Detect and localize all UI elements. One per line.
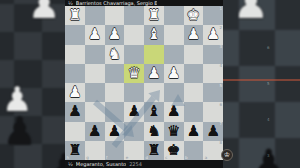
white-pawn[interactable]: ♟ bbox=[108, 27, 121, 42]
black-rook[interactable]: ♜ bbox=[147, 143, 160, 158]
file-label: g bbox=[86, 156, 89, 160]
top-player-name: Barrientos Chavarriaga, Sergio E bbox=[76, 1, 158, 6]
bottom-player-result: ½ bbox=[68, 162, 73, 167]
black-pawn[interactable]: ♟ bbox=[108, 124, 121, 139]
square-h4[interactable] bbox=[65, 64, 85, 83]
square-d8[interactable]: ♜d bbox=[144, 141, 164, 160]
white-pawn[interactable]: ♟ bbox=[88, 27, 101, 42]
square-c5[interactable] bbox=[164, 83, 184, 102]
white-pawn[interactable]: ♟ bbox=[68, 85, 81, 100]
black-rook[interactable]: ♜ bbox=[68, 143, 81, 158]
square-h6[interactable]: ♟ bbox=[65, 102, 85, 121]
top-player-result: ½ bbox=[68, 1, 73, 6]
white-knight[interactable]: ♞ bbox=[108, 47, 121, 62]
square-b2[interactable]: ♟ bbox=[184, 25, 204, 44]
file-label: e bbox=[126, 156, 128, 160]
square-g3[interactable] bbox=[85, 45, 105, 64]
square-c8[interactable]: ♚c bbox=[164, 141, 184, 160]
badge-king-icon: ♔ bbox=[224, 152, 230, 159]
black-pawn[interactable]: ♟ bbox=[88, 124, 101, 139]
square-d6[interactable]: ♝ bbox=[144, 102, 164, 121]
square-e1[interactable] bbox=[124, 6, 144, 25]
rank-label: 6 bbox=[219, 103, 222, 107]
square-e7[interactable] bbox=[124, 122, 144, 141]
square-b8[interactable]: b bbox=[184, 141, 204, 160]
square-a1[interactable]: 1 bbox=[203, 6, 223, 25]
white-king[interactable]: ♚ bbox=[187, 8, 200, 23]
square-d1[interactable]: ♜ bbox=[144, 6, 164, 25]
square-c3[interactable] bbox=[164, 45, 184, 64]
file-label: a bbox=[205, 156, 207, 160]
square-c4[interactable]: ♟ bbox=[164, 64, 184, 83]
white-rook[interactable]: ♜ bbox=[147, 8, 160, 23]
square-g2[interactable]: ♟ bbox=[85, 25, 105, 44]
white-rook[interactable]: ♜ bbox=[68, 8, 81, 23]
square-e2[interactable] bbox=[124, 25, 144, 44]
square-b3[interactable] bbox=[184, 45, 204, 64]
background-white-piece-partial: ♟ bbox=[28, 0, 60, 24]
corner-badge: ♔ bbox=[221, 149, 233, 161]
square-h3[interactable] bbox=[65, 45, 85, 64]
white-bishop[interactable]: ♝ bbox=[147, 27, 160, 42]
background-rank-digit: 6 bbox=[267, 46, 270, 50]
rank-label: 1 bbox=[219, 7, 222, 11]
square-g5[interactable] bbox=[85, 83, 105, 102]
background-red-line bbox=[223, 79, 300, 81]
rank-label: 3 bbox=[219, 45, 222, 49]
bottom-player-rating: 2254 bbox=[129, 162, 142, 167]
black-bishop[interactable]: ♝ bbox=[147, 104, 160, 119]
square-c1[interactable] bbox=[164, 6, 184, 25]
black-pawn[interactable]: ♟ bbox=[187, 124, 200, 139]
background-black-pawn-partial: ♟ bbox=[50, 150, 65, 168]
square-a6[interactable]: 6 bbox=[203, 102, 223, 121]
background-video-right-strip: ♟♟6543 bbox=[223, 0, 300, 168]
black-knight[interactable]: ♞ bbox=[147, 124, 160, 139]
square-e3[interactable] bbox=[124, 45, 144, 64]
square-f8[interactable]: f bbox=[105, 141, 125, 160]
rank-label: 5 bbox=[219, 84, 222, 88]
square-b1[interactable]: ♚ bbox=[184, 6, 204, 25]
square-a7[interactable]: ♟7 bbox=[203, 122, 223, 141]
square-h5[interactable]: ♟ bbox=[65, 83, 85, 102]
square-f5[interactable] bbox=[105, 83, 125, 102]
square-a5[interactable]: 5 bbox=[203, 83, 223, 102]
file-label: f bbox=[106, 156, 107, 160]
background-rank-digit: 4 bbox=[267, 118, 270, 122]
square-c7[interactable]: ♛ bbox=[164, 122, 184, 141]
chess-board[interactable]: ♜♜♚1♟♟♝♟♟2♞3♛♟♟4♟5♟♟♝♟6♟♟♞♛♟♟7♜hgfe♜d♚cb… bbox=[65, 6, 223, 160]
square-f7[interactable]: ♟ bbox=[105, 122, 125, 141]
black-king[interactable]: ♚ bbox=[167, 143, 180, 158]
square-a8[interactable]: 8a bbox=[203, 141, 223, 160]
file-label: b bbox=[185, 156, 188, 160]
square-g7[interactable]: ♟ bbox=[85, 122, 105, 141]
square-b6[interactable] bbox=[184, 102, 204, 121]
square-d2[interactable]: ♝ bbox=[144, 25, 164, 44]
square-c6[interactable]: ♟ bbox=[164, 102, 184, 121]
square-b5[interactable] bbox=[184, 83, 204, 102]
square-d7[interactable]: ♞ bbox=[144, 122, 164, 141]
white-pawn[interactable]: ♟ bbox=[167, 66, 180, 81]
bottom-player-bar: ½ Megaranto, Susanto 2254 bbox=[65, 160, 223, 168]
square-d4[interactable]: ♟ bbox=[144, 64, 164, 83]
black-pawn[interactable]: ♟ bbox=[206, 124, 219, 139]
square-b4[interactable] bbox=[184, 64, 204, 83]
square-g8[interactable]: g bbox=[85, 141, 105, 160]
black-pawn[interactable]: ♟ bbox=[167, 104, 180, 119]
black-pawn[interactable]: ♟ bbox=[68, 104, 81, 119]
white-queen[interactable]: ♛ bbox=[127, 66, 140, 81]
white-pawn[interactable]: ♟ bbox=[206, 27, 219, 42]
rank-label: 4 bbox=[219, 64, 222, 68]
square-d5[interactable] bbox=[144, 83, 164, 102]
black-pawn[interactable]: ♟ bbox=[127, 104, 140, 119]
background-white-piece-partial: ♟ bbox=[233, 0, 269, 24]
square-f6[interactable] bbox=[105, 102, 125, 121]
square-e8[interactable]: e bbox=[124, 141, 144, 160]
square-e4[interactable]: ♛ bbox=[124, 64, 144, 83]
square-b7[interactable]: ♟ bbox=[184, 122, 204, 141]
square-g4[interactable] bbox=[85, 64, 105, 83]
top-player-bar: ½ Barrientos Chavarriaga, Sergio E bbox=[65, 0, 223, 6]
square-f4[interactable] bbox=[105, 64, 125, 83]
background-rank-digit: 5 bbox=[267, 82, 270, 86]
background-video-left-strip: ♟♟♟♟ bbox=[0, 0, 65, 168]
square-e6[interactable]: ♟ bbox=[124, 102, 144, 121]
square-f3[interactable]: ♞ bbox=[105, 45, 125, 64]
rank-label: 8 bbox=[219, 141, 222, 145]
square-a3[interactable]: 3 bbox=[203, 45, 223, 64]
square-h2[interactable] bbox=[65, 25, 85, 44]
bottom-player-name: Megaranto, Susanto bbox=[76, 162, 126, 167]
square-f2[interactable]: ♟ bbox=[105, 25, 125, 44]
white-pawn[interactable]: ♟ bbox=[187, 27, 200, 42]
background-rank-digit: 3 bbox=[267, 154, 270, 158]
black-queen[interactable]: ♛ bbox=[167, 124, 180, 139]
square-h1[interactable]: ♜ bbox=[65, 6, 85, 25]
square-g6[interactable] bbox=[85, 102, 105, 121]
square-e5[interactable] bbox=[124, 83, 144, 102]
white-pawn[interactable]: ♟ bbox=[147, 66, 160, 81]
square-h8[interactable]: ♜h bbox=[65, 141, 85, 160]
square-c2[interactable] bbox=[164, 25, 184, 44]
square-a4[interactable]: 4 bbox=[203, 64, 223, 83]
square-d3[interactable] bbox=[144, 45, 164, 64]
background-black-pawn: ♟ bbox=[3, 113, 36, 150]
square-f1[interactable] bbox=[105, 6, 125, 25]
square-g1[interactable] bbox=[85, 6, 105, 25]
square-h7[interactable] bbox=[65, 122, 85, 141]
square-a2[interactable]: ♟2 bbox=[203, 25, 223, 44]
